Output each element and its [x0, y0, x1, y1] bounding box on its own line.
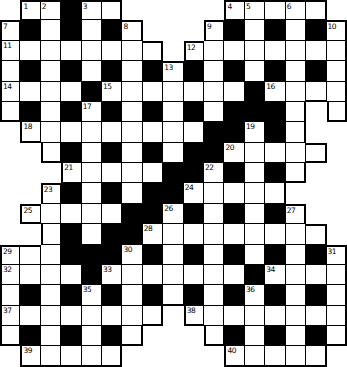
letter-cell[interactable] [245, 326, 265, 346]
letter-cell[interactable] [286, 102, 306, 122]
letter-cell[interactable] [41, 306, 61, 326]
letter-cell[interactable] [82, 143, 102, 163]
letter-cell[interactable] [61, 204, 81, 224]
letter-cell[interactable] [41, 326, 61, 346]
letter-cell[interactable] [245, 183, 265, 203]
letter-cell[interactable] [163, 265, 183, 285]
clue-number: 24 [185, 183, 194, 192]
letter-cell[interactable] [327, 326, 347, 346]
letter-cell[interactable] [61, 41, 81, 61]
letter-cell[interactable]: 2 [41, 0, 61, 20]
letter-cell[interactable] [184, 82, 204, 102]
clue-number: 11 [3, 41, 12, 50]
letter-cell[interactable] [163, 285, 183, 305]
outside-area [184, 326, 204, 346]
letter-cell[interactable] [143, 306, 163, 326]
letter-cell[interactable] [122, 122, 142, 142]
letter-cell[interactable] [245, 143, 265, 163]
black-cell [306, 326, 326, 346]
letter-cell[interactable]: 39 [20, 346, 40, 366]
clue-number: 4 [227, 2, 231, 11]
outside-area [41, 163, 61, 183]
black-cell [102, 183, 122, 203]
black-cell [61, 143, 81, 163]
letter-cell[interactable] [204, 82, 224, 102]
letter-cell[interactable] [327, 82, 347, 102]
letter-cell[interactable] [82, 122, 102, 142]
black-cell [143, 143, 163, 163]
letter-cell[interactable] [41, 346, 61, 366]
letter-cell[interactable] [82, 346, 102, 366]
letter-cell[interactable] [20, 41, 40, 61]
letter-cell[interactable]: 3 [82, 0, 102, 20]
clue-number: 14 [3, 82, 12, 91]
letter-cell[interactable] [61, 306, 81, 326]
black-cell [143, 245, 163, 265]
letter-cell[interactable]: 7 [0, 20, 20, 40]
black-cell [20, 285, 40, 305]
letter-cell[interactable]: 11 [0, 41, 20, 61]
clue-number: 1 [23, 2, 27, 11]
clue-number: 21 [64, 163, 73, 172]
letter-cell[interactable] [286, 122, 306, 142]
letter-cell[interactable]: 25 [20, 204, 40, 224]
letter-cell[interactable] [20, 245, 40, 265]
letter-cell[interactable] [41, 285, 61, 305]
letter-cell[interactable] [306, 0, 326, 20]
letter-cell[interactable] [82, 306, 102, 326]
clue-number: 30 [123, 245, 132, 254]
letter-cell[interactable] [265, 143, 285, 163]
letter-cell[interactable]: 16 [265, 82, 285, 102]
black-cell [224, 326, 244, 346]
letter-cell[interactable] [61, 122, 81, 142]
outside-area [122, 346, 142, 366]
letter-cell[interactable] [122, 265, 142, 285]
letter-cell[interactable] [41, 61, 61, 81]
outside-area [20, 163, 40, 183]
black-cell [184, 245, 204, 265]
black-cell [265, 326, 285, 346]
letter-cell[interactable] [286, 224, 306, 244]
outside-area [306, 102, 326, 122]
letter-cell[interactable] [327, 102, 347, 122]
letter-cell[interactable]: 23 [41, 183, 61, 203]
letter-cell[interactable] [0, 102, 20, 122]
letter-cell[interactable] [327, 41, 347, 61]
outside-area [0, 346, 20, 366]
letter-cell[interactable] [306, 306, 326, 326]
letter-cell[interactable] [82, 224, 102, 244]
outside-area [327, 183, 347, 203]
clue-number: 29 [3, 247, 12, 256]
black-cell [102, 20, 122, 40]
outside-area [306, 183, 326, 203]
black-cell [102, 326, 122, 346]
letter-cell[interactable] [306, 41, 326, 61]
letter-cell[interactable] [82, 204, 102, 224]
letter-cell[interactable] [41, 102, 61, 122]
letter-cell[interactable]: 14 [0, 82, 20, 102]
letter-cell[interactable] [0, 61, 20, 81]
letter-cell[interactable] [41, 82, 61, 102]
letter-cell[interactable] [41, 122, 61, 142]
black-cell [245, 265, 265, 285]
letter-cell[interactable] [204, 285, 224, 305]
letter-cell[interactable] [61, 265, 81, 285]
letter-cell[interactable] [286, 245, 306, 265]
black-cell [143, 285, 163, 305]
letter-cell[interactable] [204, 224, 224, 244]
black-cell [143, 204, 163, 224]
clue-number: 26 [164, 204, 173, 213]
black-cell [20, 61, 40, 81]
clue-number: 40 [227, 346, 236, 355]
letter-cell[interactable]: 9 [204, 20, 224, 40]
letter-cell[interactable] [306, 143, 326, 163]
letter-cell[interactable]: 10 [327, 20, 347, 40]
letter-cell[interactable] [224, 265, 244, 285]
letter-cell[interactable] [204, 102, 224, 122]
letter-cell[interactable] [82, 326, 102, 346]
letter-cell[interactable]: 21 [61, 163, 81, 183]
outside-area [163, 306, 183, 326]
letter-cell[interactable] [184, 265, 204, 285]
outside-area [20, 143, 40, 163]
letter-cell[interactable] [245, 224, 265, 244]
letter-cell[interactable] [204, 265, 224, 285]
letter-cell[interactable]: 33 [102, 265, 122, 285]
letter-cell[interactable] [224, 41, 244, 61]
letter-cell[interactable] [143, 122, 163, 142]
letter-cell[interactable] [306, 224, 326, 244]
letter-cell[interactable] [306, 82, 326, 102]
letter-cell[interactable] [245, 204, 265, 224]
letter-cell[interactable] [143, 265, 163, 285]
outside-area [184, 346, 204, 366]
letter-cell[interactable] [163, 122, 183, 142]
clue-number: 16 [266, 82, 275, 91]
outside-area [143, 326, 163, 346]
letter-cell[interactable]: 34 [265, 265, 285, 285]
letter-cell[interactable]: 18 [20, 122, 40, 142]
clue-number: 2 [42, 2, 46, 11]
clue-number: 31 [328, 247, 337, 256]
clue-number: 37 [3, 306, 12, 315]
letter-cell[interactable]: 38 [184, 306, 204, 326]
letter-cell[interactable] [41, 41, 61, 61]
outside-area [143, 346, 163, 366]
letter-cell[interactable] [224, 183, 244, 203]
outside-area [0, 204, 20, 224]
letter-cell[interactable]: 8 [122, 20, 142, 40]
black-cell [224, 245, 244, 265]
letter-cell[interactable]: 20 [224, 143, 244, 163]
letter-cell[interactable]: 4 [224, 0, 244, 20]
letter-cell[interactable] [163, 143, 183, 163]
letter-cell[interactable]: 15 [102, 82, 122, 102]
letter-cell[interactable] [245, 245, 265, 265]
black-cell [20, 326, 40, 346]
letter-cell[interactable] [327, 265, 347, 285]
letter-cell[interactable] [286, 346, 306, 366]
clue-number: 23 [44, 185, 53, 194]
letter-cell[interactable]: 17 [82, 102, 102, 122]
clue-number: 35 [83, 285, 92, 294]
letter-cell[interactable] [41, 204, 61, 224]
clue-number: 17 [83, 102, 92, 111]
letter-cell[interactable] [204, 41, 224, 61]
letter-cell[interactable] [82, 61, 102, 81]
black-cell [122, 224, 142, 244]
letter-cell[interactable] [20, 82, 40, 102]
letter-cell[interactable] [204, 61, 224, 81]
letter-cell[interactable] [265, 41, 285, 61]
outside-area [327, 346, 347, 366]
letter-cell[interactable]: 1 [20, 0, 40, 20]
letter-cell[interactable] [265, 346, 285, 366]
letter-cell[interactable] [327, 61, 347, 81]
letter-cell[interactable] [122, 102, 142, 122]
letter-cell[interactable] [0, 285, 20, 305]
letter-cell[interactable] [245, 61, 265, 81]
clue-number: 39 [23, 346, 32, 355]
black-cell [184, 163, 204, 183]
black-cell [143, 61, 163, 81]
outside-area [184, 20, 204, 40]
crossword-grid: 1234567891011121314151617181920212223242… [0, 0, 347, 367]
black-cell [61, 0, 81, 20]
letter-cell[interactable] [122, 306, 142, 326]
letter-cell[interactable] [41, 265, 61, 285]
letter-cell[interactable] [245, 346, 265, 366]
outside-area [0, 143, 20, 163]
letter-cell[interactable] [41, 20, 61, 40]
letter-cell[interactable] [122, 41, 142, 61]
black-cell [224, 163, 244, 183]
outside-area [306, 163, 326, 183]
black-cell [265, 61, 285, 81]
letter-cell[interactable] [245, 163, 265, 183]
black-cell [102, 224, 122, 244]
letter-cell[interactable]: 29 [0, 245, 20, 265]
black-cell [143, 102, 163, 122]
outside-area [163, 326, 183, 346]
outside-area [327, 143, 347, 163]
letter-cell[interactable] [163, 102, 183, 122]
letter-cell[interactable] [122, 163, 142, 183]
outside-area [20, 183, 40, 203]
letter-cell[interactable] [327, 285, 347, 305]
clue-number: 33 [103, 265, 112, 274]
outside-area [184, 0, 204, 20]
letter-cell[interactable] [20, 306, 40, 326]
letter-cell[interactable] [204, 245, 224, 265]
black-cell [163, 183, 183, 203]
outside-area [204, 346, 224, 366]
letter-cell[interactable] [61, 346, 81, 366]
letter-cell[interactable] [184, 224, 204, 244]
letter-cell[interactable] [122, 183, 142, 203]
letter-cell[interactable]: 24 [184, 183, 204, 203]
letter-cell[interactable]: 13 [163, 61, 183, 81]
letter-cell[interactable]: 32 [0, 265, 20, 285]
letter-cell[interactable] [41, 245, 61, 265]
letter-cell[interactable] [306, 346, 326, 366]
black-cell [143, 183, 163, 203]
letter-cell[interactable] [265, 0, 285, 20]
black-cell [265, 163, 285, 183]
letter-cell[interactable] [224, 306, 244, 326]
letter-cell[interactable] [143, 41, 163, 61]
black-cell [184, 61, 204, 81]
clue-number: 5 [246, 2, 250, 11]
outside-area [306, 204, 326, 224]
letter-cell[interactable] [61, 82, 81, 102]
clue-number: 10 [328, 22, 337, 31]
letter-cell[interactable] [143, 163, 163, 183]
letter-cell[interactable]: 28 [143, 224, 163, 244]
letter-cell[interactable] [286, 20, 306, 40]
outside-area [0, 122, 20, 142]
letter-cell[interactable] [41, 224, 61, 244]
letter-cell[interactable] [184, 122, 204, 142]
letter-cell[interactable] [82, 163, 102, 183]
letter-cell[interactable]: 30 [122, 245, 142, 265]
letter-cell[interactable] [102, 306, 122, 326]
letter-cell[interactable] [0, 326, 20, 346]
letter-cell[interactable] [82, 20, 102, 40]
black-cell [82, 82, 102, 102]
black-cell [265, 20, 285, 40]
black-cell [82, 245, 102, 265]
black-cell [184, 285, 204, 305]
letter-cell[interactable] [102, 204, 122, 224]
black-cell [61, 20, 81, 40]
black-cell [61, 224, 81, 244]
letter-cell[interactable] [286, 306, 306, 326]
black-cell [20, 102, 40, 122]
letter-cell[interactable] [122, 326, 142, 346]
letter-cell[interactable] [245, 41, 265, 61]
outside-area [20, 224, 40, 244]
black-cell [61, 326, 81, 346]
black-cell [102, 245, 122, 265]
letter-cell[interactable] [122, 143, 142, 163]
letter-cell[interactable] [102, 0, 122, 20]
letter-cell[interactable]: 6 [286, 0, 306, 20]
letter-cell[interactable] [163, 224, 183, 244]
letter-cell[interactable] [122, 61, 142, 81]
outside-area [306, 122, 326, 142]
letter-cell[interactable] [204, 183, 224, 203]
letter-cell[interactable] [102, 346, 122, 366]
letter-cell[interactable] [286, 61, 306, 81]
clue-number: 20 [225, 143, 234, 152]
letter-cell[interactable]: 36 [245, 285, 265, 305]
clue-number: 6 [287, 2, 291, 11]
letter-cell[interactable] [204, 326, 224, 346]
letter-cell[interactable] [102, 41, 122, 61]
black-cell [61, 245, 81, 265]
letter-cell[interactable] [286, 143, 306, 163]
letter-cell[interactable] [102, 122, 122, 142]
black-cell [204, 122, 224, 142]
outside-area [0, 224, 20, 244]
outside-area [0, 0, 20, 20]
letter-cell[interactable]: 5 [245, 0, 265, 20]
letter-cell[interactable]: 22 [204, 163, 224, 183]
letter-cell[interactable] [286, 285, 306, 305]
black-cell [61, 102, 81, 122]
outside-area [327, 163, 347, 183]
clue-number: 38 [187, 306, 196, 315]
outside-area [163, 0, 183, 20]
letter-cell[interactable] [286, 82, 306, 102]
outside-area [163, 41, 183, 61]
letter-cell[interactable] [102, 163, 122, 183]
letter-cell[interactable] [224, 82, 244, 102]
black-cell [265, 285, 285, 305]
letter-cell[interactable] [286, 326, 306, 346]
letter-cell[interactable] [265, 306, 285, 326]
letter-cell[interactable] [143, 82, 163, 102]
black-cell [306, 61, 326, 81]
letter-cell[interactable]: 40 [224, 346, 244, 366]
outside-area [0, 183, 20, 203]
letter-cell[interactable]: 27 [286, 204, 306, 224]
letter-cell[interactable] [245, 20, 265, 40]
black-cell [245, 102, 265, 122]
letter-cell[interactable]: 31 [327, 245, 347, 265]
letter-cell[interactable] [327, 306, 347, 326]
letter-cell[interactable] [82, 183, 102, 203]
letter-cell[interactable] [286, 163, 306, 183]
clue-number: 9 [207, 22, 211, 31]
black-cell [265, 102, 285, 122]
letter-cell[interactable] [245, 306, 265, 326]
letter-cell[interactable]: 12 [184, 41, 204, 61]
black-cell [265, 122, 285, 142]
letter-cell[interactable] [306, 265, 326, 285]
letter-cell[interactable] [204, 306, 224, 326]
letter-cell[interactable]: 19 [245, 122, 265, 142]
black-cell [306, 20, 326, 40]
letter-cell[interactable] [204, 204, 224, 224]
letter-cell[interactable] [224, 224, 244, 244]
letter-cell[interactable]: 26 [163, 204, 183, 224]
letter-cell[interactable] [122, 82, 142, 102]
letter-cell[interactable]: 37 [0, 306, 20, 326]
letter-cell[interactable] [265, 183, 285, 203]
letter-cell[interactable] [41, 143, 61, 163]
letter-cell[interactable] [163, 245, 183, 265]
letter-cell[interactable] [286, 41, 306, 61]
black-cell [224, 61, 244, 81]
letter-cell[interactable] [20, 265, 40, 285]
black-cell [163, 163, 183, 183]
black-cell [224, 122, 244, 142]
letter-cell[interactable]: 35 [82, 285, 102, 305]
letter-cell[interactable] [122, 285, 142, 305]
black-cell [224, 285, 244, 305]
letter-cell[interactable] [82, 41, 102, 61]
letter-cell[interactable] [286, 265, 306, 285]
clue-number: 27 [287, 206, 296, 215]
clue-number: 19 [246, 122, 255, 131]
letter-cell[interactable] [265, 224, 285, 244]
letter-cell[interactable] [163, 82, 183, 102]
